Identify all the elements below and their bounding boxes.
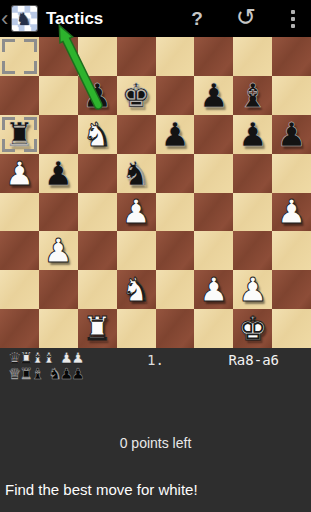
square-f1[interactable]	[194, 309, 233, 348]
square-c8[interactable]	[78, 37, 117, 76]
target-corner-mark	[24, 39, 37, 52]
square-h7[interactable]	[272, 76, 311, 115]
app-screen: ‹ ♞ Tactics ? ↺ ♟♚♟♝♜♞♟♟♟♟♟♞♟♟♟♞♟♟♜♚ ♛♜♝…	[0, 0, 311, 512]
square-g6[interactable]: ♟	[233, 115, 272, 154]
piece-white-rook: ♜	[82, 312, 112, 345]
square-c7[interactable]: ♟	[78, 76, 117, 115]
square-f4[interactable]	[194, 193, 233, 232]
captured-black-bishop: ♝	[31, 367, 42, 382]
help-icon[interactable]: ?	[191, 8, 203, 30]
square-d6[interactable]	[117, 115, 156, 154]
captured-group: ♞♟♟	[48, 367, 82, 382]
piece-black-knight: ♞	[121, 157, 151, 190]
square-c2[interactable]	[78, 270, 117, 309]
square-e4[interactable]	[156, 193, 195, 232]
captured-black-knight: ♞	[48, 367, 59, 382]
square-f3[interactable]	[194, 231, 233, 270]
square-g8[interactable]	[233, 37, 272, 76]
action-bar: ‹ ♞ Tactics ? ↺	[0, 0, 311, 37]
piece-black-pawn: ♟	[277, 118, 307, 151]
square-h3[interactable]	[272, 231, 311, 270]
target-corner-mark	[2, 117, 15, 130]
square-f7[interactable]: ♟	[194, 76, 233, 115]
piece-black-pawn: ♟	[160, 118, 190, 151]
square-d2[interactable]: ♞	[117, 270, 156, 309]
square-e8[interactable]	[156, 37, 195, 76]
square-h4[interactable]: ♟	[272, 193, 311, 232]
square-c1[interactable]: ♜	[78, 309, 117, 348]
square-e1[interactable]	[156, 309, 195, 348]
piece-white-pawn: ♟	[277, 195, 307, 228]
square-b3[interactable]: ♟	[39, 231, 78, 270]
target-corner-mark	[24, 139, 37, 152]
square-a8[interactable]	[0, 37, 39, 76]
prompt-text: Find the best move for white!	[5, 481, 198, 498]
square-d4[interactable]: ♟	[117, 193, 156, 232]
piece-white-knight: ♞	[82, 118, 112, 151]
square-h2[interactable]	[272, 270, 311, 309]
square-b7[interactable]	[39, 76, 78, 115]
square-g4[interactable]	[233, 193, 272, 232]
captured-black-pawn: ♟	[71, 367, 82, 382]
square-h5[interactable]	[272, 154, 311, 193]
piece-white-pawn: ♟	[238, 273, 268, 306]
captured-black-queen: ♛	[8, 367, 19, 382]
target-corner-mark	[2, 39, 15, 52]
square-a4[interactable]	[0, 193, 39, 232]
square-g7[interactable]: ♝	[233, 76, 272, 115]
square-d5[interactable]: ♞	[117, 154, 156, 193]
square-a7[interactable]	[0, 76, 39, 115]
captured-black-pawn: ♟	[60, 367, 71, 382]
square-h6[interactable]: ♟	[272, 115, 311, 154]
square-c4[interactable]	[78, 193, 117, 232]
square-b2[interactable]	[39, 270, 78, 309]
captured-group: ♛♜♝	[8, 367, 42, 382]
square-f8[interactable]	[194, 37, 233, 76]
piece-white-king: ♚	[238, 312, 268, 345]
square-e5[interactable]	[156, 154, 195, 193]
captured-black-pieces: ♛♜♝♞♟♟	[8, 367, 83, 382]
piece-black-bishop: ♝	[238, 79, 268, 112]
square-g3[interactable]	[233, 231, 272, 270]
target-corner-mark	[2, 139, 15, 152]
piece-white-pawn: ♟	[121, 195, 151, 228]
square-g2[interactable]: ♟	[233, 270, 272, 309]
square-b6[interactable]	[39, 115, 78, 154]
piece-white-pawn: ♟	[44, 234, 74, 267]
square-a5[interactable]: ♟	[0, 154, 39, 193]
page-title: Tactics	[46, 9, 191, 29]
piece-black-pawn: ♟	[238, 118, 268, 151]
back-icon[interactable]: ‹	[1, 8, 10, 30]
square-c6[interactable]: ♞	[78, 115, 117, 154]
square-b4[interactable]	[39, 193, 78, 232]
square-h8[interactable]	[272, 37, 311, 76]
square-d3[interactable]	[117, 231, 156, 270]
square-a6[interactable]: ♜	[0, 115, 39, 154]
square-a1[interactable]	[0, 309, 39, 348]
info-panel: ♛♜♝♝♟♟ ♛♜♝♞♟♟ 1. Ra8-a6 0 points left Fi…	[0, 348, 311, 512]
refresh-icon[interactable]: ↺	[236, 5, 256, 29]
square-a2[interactable]	[0, 270, 39, 309]
target-corner-mark	[2, 61, 15, 74]
square-b1[interactable]	[39, 309, 78, 348]
square-c3[interactable]	[78, 231, 117, 270]
app-icon[interactable]: ♞	[12, 6, 37, 31]
square-d7[interactable]: ♚	[117, 76, 156, 115]
square-f6[interactable]	[194, 115, 233, 154]
target-corner-mark	[24, 117, 37, 130]
captured-black-rook: ♜	[19, 367, 30, 382]
piece-black-pawn: ♟	[199, 79, 229, 112]
square-e2[interactable]	[156, 270, 195, 309]
move-text: Ra8-a6	[228, 352, 279, 368]
piece-white-pawn: ♟	[199, 273, 229, 306]
square-f5[interactable]	[194, 154, 233, 193]
piece-black-king: ♚	[121, 79, 151, 112]
action-bar-buttons: ? ↺	[191, 8, 311, 30]
points-left-label: 0 points left	[0, 435, 311, 451]
piece-black-pawn: ♟	[44, 157, 74, 190]
square-d8[interactable]	[117, 37, 156, 76]
square-c5[interactable]	[78, 154, 117, 193]
square-e7[interactable]	[156, 76, 195, 115]
square-g1[interactable]: ♚	[233, 309, 272, 348]
square-a3[interactable]	[0, 231, 39, 270]
square-h1[interactable]	[272, 309, 311, 348]
target-corner-mark	[24, 61, 37, 74]
square-d1[interactable]	[117, 309, 156, 348]
square-g5[interactable]	[233, 154, 272, 193]
piece-black-pawn: ♟	[82, 79, 112, 112]
knight-logo-icon: ♞	[16, 7, 31, 32]
overflow-menu-icon[interactable]	[289, 8, 297, 30]
square-e6[interactable]: ♟	[156, 115, 195, 154]
piece-white-pawn: ♟	[5, 157, 35, 190]
square-e3[interactable]	[156, 231, 195, 270]
square-f2[interactable]: ♟	[194, 270, 233, 309]
board: ♟♚♟♝♜♞♟♟♟♟♟♞♟♟♟♞♟♟♜♚	[0, 37, 311, 348]
square-b5[interactable]: ♟	[39, 154, 78, 193]
square-b8[interactable]	[39, 37, 78, 76]
piece-white-knight: ♞	[121, 273, 151, 306]
